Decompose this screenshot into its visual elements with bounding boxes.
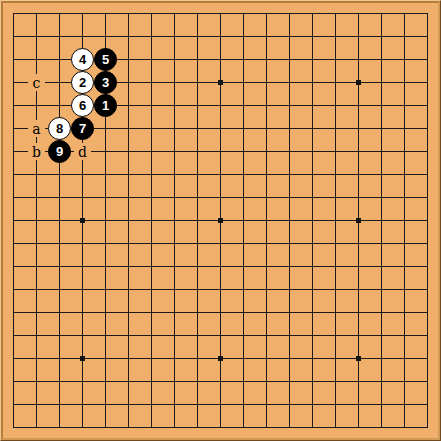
point-C15[interactable] <box>48 94 71 117</box>
point-L7[interactable] <box>232 278 255 301</box>
point-Q7[interactable] <box>347 278 370 301</box>
point-P12[interactable] <box>324 163 347 186</box>
point-O6[interactable] <box>301 301 324 324</box>
point-L14[interactable] <box>232 117 255 140</box>
point-J13[interactable] <box>186 140 209 163</box>
point-F6[interactable] <box>117 301 140 324</box>
point-T15[interactable] <box>416 94 439 117</box>
point-L12[interactable] <box>232 163 255 186</box>
point-H7[interactable] <box>163 278 186 301</box>
point-D14[interactable]: 7 <box>71 117 94 140</box>
point-A7[interactable] <box>2 278 25 301</box>
point-M6[interactable] <box>255 301 278 324</box>
point-J14[interactable] <box>186 117 209 140</box>
point-J11[interactable] <box>186 186 209 209</box>
point-R11[interactable] <box>370 186 393 209</box>
point-R15[interactable] <box>370 94 393 117</box>
point-J4[interactable] <box>186 347 209 370</box>
point-N16[interactable] <box>278 71 301 94</box>
point-J17[interactable] <box>186 48 209 71</box>
point-M8[interactable] <box>255 255 278 278</box>
point-B9[interactable] <box>25 232 48 255</box>
point-D13[interactable]: d <box>71 140 94 163</box>
point-K16[interactable] <box>209 71 232 94</box>
point-B8[interactable] <box>25 255 48 278</box>
point-Q3[interactable] <box>347 370 370 393</box>
point-B4[interactable] <box>25 347 48 370</box>
point-M19[interactable] <box>255 2 278 25</box>
point-L6[interactable] <box>232 301 255 324</box>
point-J15[interactable] <box>186 94 209 117</box>
point-E8[interactable] <box>94 255 117 278</box>
point-M15[interactable] <box>255 94 278 117</box>
point-S11[interactable] <box>393 186 416 209</box>
point-G4[interactable] <box>140 347 163 370</box>
point-B13[interactable]: b <box>25 140 48 163</box>
point-R7[interactable] <box>370 278 393 301</box>
point-N7[interactable] <box>278 278 301 301</box>
point-O13[interactable] <box>301 140 324 163</box>
point-E11[interactable] <box>94 186 117 209</box>
point-O7[interactable] <box>301 278 324 301</box>
point-B5[interactable] <box>25 324 48 347</box>
point-A13[interactable] <box>2 140 25 163</box>
point-G7[interactable] <box>140 278 163 301</box>
point-F4[interactable] <box>117 347 140 370</box>
point-P11[interactable] <box>324 186 347 209</box>
point-H15[interactable] <box>163 94 186 117</box>
point-K15[interactable] <box>209 94 232 117</box>
point-N5[interactable] <box>278 324 301 347</box>
point-J7[interactable] <box>186 278 209 301</box>
point-J12[interactable] <box>186 163 209 186</box>
point-S8[interactable] <box>393 255 416 278</box>
point-B12[interactable] <box>25 163 48 186</box>
point-R14[interactable] <box>370 117 393 140</box>
point-P7[interactable] <box>324 278 347 301</box>
point-O14[interactable] <box>301 117 324 140</box>
point-S7[interactable] <box>393 278 416 301</box>
point-S14[interactable] <box>393 117 416 140</box>
point-N13[interactable] <box>278 140 301 163</box>
point-O4[interactable] <box>301 347 324 370</box>
point-F1[interactable] <box>117 416 140 439</box>
point-F7[interactable] <box>117 278 140 301</box>
point-F17[interactable] <box>117 48 140 71</box>
point-S3[interactable] <box>393 370 416 393</box>
point-K18[interactable] <box>209 25 232 48</box>
point-T2[interactable] <box>416 393 439 416</box>
point-A15[interactable] <box>2 94 25 117</box>
point-B14[interactable]: a <box>25 117 48 140</box>
point-R1[interactable] <box>370 416 393 439</box>
point-L17[interactable] <box>232 48 255 71</box>
point-P17[interactable] <box>324 48 347 71</box>
point-P6[interactable] <box>324 301 347 324</box>
point-P3[interactable] <box>324 370 347 393</box>
point-M13[interactable] <box>255 140 278 163</box>
point-F12[interactable] <box>117 163 140 186</box>
point-R18[interactable] <box>370 25 393 48</box>
point-D2[interactable] <box>71 393 94 416</box>
point-M16[interactable] <box>255 71 278 94</box>
point-J2[interactable] <box>186 393 209 416</box>
point-F13[interactable] <box>117 140 140 163</box>
point-O10[interactable] <box>301 209 324 232</box>
point-S1[interactable] <box>393 416 416 439</box>
point-F18[interactable] <box>117 25 140 48</box>
point-L11[interactable] <box>232 186 255 209</box>
point-A12[interactable] <box>2 163 25 186</box>
point-C14[interactable]: 8 <box>48 117 71 140</box>
point-J18[interactable] <box>186 25 209 48</box>
point-T3[interactable] <box>416 370 439 393</box>
point-C16[interactable] <box>48 71 71 94</box>
point-J5[interactable] <box>186 324 209 347</box>
point-N6[interactable] <box>278 301 301 324</box>
point-E14[interactable] <box>94 117 117 140</box>
point-M18[interactable] <box>255 25 278 48</box>
point-B10[interactable] <box>25 209 48 232</box>
point-R12[interactable] <box>370 163 393 186</box>
point-Q5[interactable] <box>347 324 370 347</box>
point-H2[interactable] <box>163 393 186 416</box>
point-T1[interactable] <box>416 416 439 439</box>
point-O8[interactable] <box>301 255 324 278</box>
point-A14[interactable] <box>2 117 25 140</box>
point-G15[interactable] <box>140 94 163 117</box>
point-R2[interactable] <box>370 393 393 416</box>
point-P5[interactable] <box>324 324 347 347</box>
point-G10[interactable] <box>140 209 163 232</box>
point-K3[interactable] <box>209 370 232 393</box>
point-R8[interactable] <box>370 255 393 278</box>
point-D15[interactable]: 6 <box>71 94 94 117</box>
point-P4[interactable] <box>324 347 347 370</box>
point-F16[interactable] <box>117 71 140 94</box>
point-K4[interactable] <box>209 347 232 370</box>
black-stone[interactable]: 3 <box>94 71 117 94</box>
point-M4[interactable] <box>255 347 278 370</box>
point-C19[interactable] <box>48 2 71 25</box>
point-K11[interactable] <box>209 186 232 209</box>
point-E12[interactable] <box>94 163 117 186</box>
point-O11[interactable] <box>301 186 324 209</box>
point-C11[interactable] <box>48 186 71 209</box>
point-C12[interactable] <box>48 163 71 186</box>
point-E10[interactable] <box>94 209 117 232</box>
point-T9[interactable] <box>416 232 439 255</box>
point-K19[interactable] <box>209 2 232 25</box>
point-K12[interactable] <box>209 163 232 186</box>
point-E15[interactable]: 1 <box>94 94 117 117</box>
point-F5[interactable] <box>117 324 140 347</box>
point-P9[interactable] <box>324 232 347 255</box>
point-D12[interactable] <box>71 163 94 186</box>
point-A5[interactable] <box>2 324 25 347</box>
point-Q17[interactable] <box>347 48 370 71</box>
point-L13[interactable] <box>232 140 255 163</box>
point-O17[interactable] <box>301 48 324 71</box>
point-A8[interactable] <box>2 255 25 278</box>
point-E13[interactable] <box>94 140 117 163</box>
point-L1[interactable] <box>232 416 255 439</box>
point-R3[interactable] <box>370 370 393 393</box>
point-K8[interactable] <box>209 255 232 278</box>
point-P16[interactable] <box>324 71 347 94</box>
point-D11[interactable] <box>71 186 94 209</box>
point-J9[interactable] <box>186 232 209 255</box>
point-N15[interactable] <box>278 94 301 117</box>
point-A6[interactable] <box>2 301 25 324</box>
point-T12[interactable] <box>416 163 439 186</box>
point-A2[interactable] <box>2 393 25 416</box>
point-J6[interactable] <box>186 301 209 324</box>
point-H3[interactable] <box>163 370 186 393</box>
point-H14[interactable] <box>163 117 186 140</box>
point-S9[interactable] <box>393 232 416 255</box>
point-G1[interactable] <box>140 416 163 439</box>
point-D4[interactable] <box>71 347 94 370</box>
point-Q13[interactable] <box>347 140 370 163</box>
point-E1[interactable] <box>94 416 117 439</box>
point-N9[interactable] <box>278 232 301 255</box>
point-G5[interactable] <box>140 324 163 347</box>
point-T16[interactable] <box>416 71 439 94</box>
point-L9[interactable] <box>232 232 255 255</box>
point-N19[interactable] <box>278 2 301 25</box>
point-M5[interactable] <box>255 324 278 347</box>
point-B2[interactable] <box>25 393 48 416</box>
point-D3[interactable] <box>71 370 94 393</box>
point-G8[interactable] <box>140 255 163 278</box>
point-E9[interactable] <box>94 232 117 255</box>
point-A19[interactable] <box>2 2 25 25</box>
point-S19[interactable] <box>393 2 416 25</box>
point-C4[interactable] <box>48 347 71 370</box>
point-M11[interactable] <box>255 186 278 209</box>
point-G3[interactable] <box>140 370 163 393</box>
point-F10[interactable] <box>117 209 140 232</box>
point-R19[interactable] <box>370 2 393 25</box>
point-O5[interactable] <box>301 324 324 347</box>
point-E6[interactable] <box>94 301 117 324</box>
point-B17[interactable] <box>25 48 48 71</box>
point-D1[interactable] <box>71 416 94 439</box>
point-R13[interactable] <box>370 140 393 163</box>
point-E19[interactable] <box>94 2 117 25</box>
point-G17[interactable] <box>140 48 163 71</box>
point-N14[interactable] <box>278 117 301 140</box>
point-T10[interactable] <box>416 209 439 232</box>
point-P8[interactable] <box>324 255 347 278</box>
point-Q14[interactable] <box>347 117 370 140</box>
point-O12[interactable] <box>301 163 324 186</box>
black-stone[interactable]: 7 <box>71 117 94 140</box>
point-B18[interactable] <box>25 25 48 48</box>
point-Q11[interactable] <box>347 186 370 209</box>
point-M9[interactable] <box>255 232 278 255</box>
point-M17[interactable] <box>255 48 278 71</box>
point-C2[interactable] <box>48 393 71 416</box>
point-A4[interactable] <box>2 347 25 370</box>
point-S17[interactable] <box>393 48 416 71</box>
point-D18[interactable] <box>71 25 94 48</box>
point-P2[interactable] <box>324 393 347 416</box>
point-Q15[interactable] <box>347 94 370 117</box>
point-P10[interactable] <box>324 209 347 232</box>
point-D5[interactable] <box>71 324 94 347</box>
point-L10[interactable] <box>232 209 255 232</box>
point-L5[interactable] <box>232 324 255 347</box>
point-S6[interactable] <box>393 301 416 324</box>
point-J1[interactable] <box>186 416 209 439</box>
point-G2[interactable] <box>140 393 163 416</box>
point-N1[interactable] <box>278 416 301 439</box>
point-E16[interactable]: 3 <box>94 71 117 94</box>
point-D17[interactable]: 4 <box>71 48 94 71</box>
point-T6[interactable] <box>416 301 439 324</box>
point-C1[interactable] <box>48 416 71 439</box>
point-A9[interactable] <box>2 232 25 255</box>
point-C13[interactable]: 9 <box>48 140 71 163</box>
point-D16[interactable]: 2 <box>71 71 94 94</box>
point-K17[interactable] <box>209 48 232 71</box>
point-F3[interactable] <box>117 370 140 393</box>
point-L2[interactable] <box>232 393 255 416</box>
point-S10[interactable] <box>393 209 416 232</box>
point-D9[interactable] <box>71 232 94 255</box>
point-C8[interactable] <box>48 255 71 278</box>
point-K6[interactable] <box>209 301 232 324</box>
point-L4[interactable] <box>232 347 255 370</box>
point-K5[interactable] <box>209 324 232 347</box>
point-N12[interactable] <box>278 163 301 186</box>
point-O18[interactable] <box>301 25 324 48</box>
point-G9[interactable] <box>140 232 163 255</box>
point-H19[interactable] <box>163 2 186 25</box>
point-E7[interactable] <box>94 278 117 301</box>
point-R10[interactable] <box>370 209 393 232</box>
point-O1[interactable] <box>301 416 324 439</box>
point-B15[interactable] <box>25 94 48 117</box>
point-A3[interactable] <box>2 370 25 393</box>
point-T8[interactable] <box>416 255 439 278</box>
point-H10[interactable] <box>163 209 186 232</box>
point-R6[interactable] <box>370 301 393 324</box>
point-H4[interactable] <box>163 347 186 370</box>
point-T14[interactable] <box>416 117 439 140</box>
point-D7[interactable] <box>71 278 94 301</box>
point-Q4[interactable] <box>347 347 370 370</box>
point-F14[interactable] <box>117 117 140 140</box>
point-N18[interactable] <box>278 25 301 48</box>
point-T4[interactable] <box>416 347 439 370</box>
point-E18[interactable] <box>94 25 117 48</box>
point-S16[interactable] <box>393 71 416 94</box>
point-B19[interactable] <box>25 2 48 25</box>
point-D6[interactable] <box>71 301 94 324</box>
point-A10[interactable] <box>2 209 25 232</box>
point-A1[interactable] <box>2 416 25 439</box>
point-K7[interactable] <box>209 278 232 301</box>
point-H18[interactable] <box>163 25 186 48</box>
point-H16[interactable] <box>163 71 186 94</box>
point-L19[interactable] <box>232 2 255 25</box>
point-B16[interactable]: c <box>25 71 48 94</box>
point-Q18[interactable] <box>347 25 370 48</box>
black-stone[interactable]: 9 <box>48 140 71 163</box>
point-A17[interactable] <box>2 48 25 71</box>
point-H12[interactable] <box>163 163 186 186</box>
point-L15[interactable] <box>232 94 255 117</box>
point-E4[interactable] <box>94 347 117 370</box>
point-G13[interactable] <box>140 140 163 163</box>
point-G19[interactable] <box>140 2 163 25</box>
point-B6[interactable] <box>25 301 48 324</box>
point-Q16[interactable] <box>347 71 370 94</box>
point-C3[interactable] <box>48 370 71 393</box>
point-A11[interactable] <box>2 186 25 209</box>
point-M12[interactable] <box>255 163 278 186</box>
point-H17[interactable] <box>163 48 186 71</box>
point-C6[interactable] <box>48 301 71 324</box>
point-K14[interactable] <box>209 117 232 140</box>
point-P13[interactable] <box>324 140 347 163</box>
point-G11[interactable] <box>140 186 163 209</box>
point-B11[interactable] <box>25 186 48 209</box>
point-F11[interactable] <box>117 186 140 209</box>
black-stone[interactable]: 1 <box>94 94 117 117</box>
point-S18[interactable] <box>393 25 416 48</box>
point-R4[interactable] <box>370 347 393 370</box>
point-Q9[interactable] <box>347 232 370 255</box>
point-M2[interactable] <box>255 393 278 416</box>
point-H6[interactable] <box>163 301 186 324</box>
point-T7[interactable] <box>416 278 439 301</box>
point-E17[interactable]: 5 <box>94 48 117 71</box>
point-O19[interactable] <box>301 2 324 25</box>
point-L18[interactable] <box>232 25 255 48</box>
point-D19[interactable] <box>71 2 94 25</box>
point-O15[interactable] <box>301 94 324 117</box>
point-N8[interactable] <box>278 255 301 278</box>
point-T5[interactable] <box>416 324 439 347</box>
point-J3[interactable] <box>186 370 209 393</box>
point-E2[interactable] <box>94 393 117 416</box>
point-S12[interactable] <box>393 163 416 186</box>
point-M14[interactable] <box>255 117 278 140</box>
point-O2[interactable] <box>301 393 324 416</box>
point-O16[interactable] <box>301 71 324 94</box>
point-P1[interactable] <box>324 416 347 439</box>
point-T17[interactable] <box>416 48 439 71</box>
point-G6[interactable] <box>140 301 163 324</box>
point-Q6[interactable] <box>347 301 370 324</box>
point-F9[interactable] <box>117 232 140 255</box>
black-stone[interactable]: 5 <box>94 48 117 71</box>
point-G16[interactable] <box>140 71 163 94</box>
point-E5[interactable] <box>94 324 117 347</box>
point-C10[interactable] <box>48 209 71 232</box>
point-R17[interactable] <box>370 48 393 71</box>
point-F15[interactable] <box>117 94 140 117</box>
point-G12[interactable] <box>140 163 163 186</box>
point-Q8[interactable] <box>347 255 370 278</box>
white-stone[interactable]: 4 <box>71 48 94 71</box>
point-N11[interactable] <box>278 186 301 209</box>
point-S13[interactable] <box>393 140 416 163</box>
